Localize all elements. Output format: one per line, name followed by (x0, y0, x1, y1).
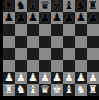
square-b8[interactable]: ♞ (15, 0, 27, 12)
square-e5[interactable] (51, 36, 63, 48)
square-a1[interactable]: ♜ (3, 84, 15, 96)
piece-black-rook: ♜ (4, 0, 14, 12)
piece-white-queen: ♛ (40, 84, 50, 96)
square-c6[interactable] (27, 24, 39, 36)
square-d4[interactable] (39, 48, 51, 60)
square-e4[interactable] (51, 48, 63, 60)
piece-black-pawn: ♟ (52, 12, 62, 24)
square-a2[interactable]: ♟ (3, 72, 15, 84)
square-d7[interactable]: ♟ (39, 12, 51, 24)
square-f5[interactable] (63, 36, 75, 48)
square-b7[interactable]: ♟ (15, 12, 27, 24)
square-c4[interactable] (27, 48, 39, 60)
piece-white-bishop: ♝ (64, 84, 74, 96)
square-d8[interactable]: ♛ (39, 0, 51, 12)
piece-white-knight: ♞ (76, 84, 86, 96)
square-h1[interactable]: ♜ (87, 84, 99, 96)
square-c1[interactable]: ♝ (27, 84, 39, 96)
piece-white-bishop: ♝ (28, 84, 38, 96)
square-b2[interactable]: ♟ (15, 72, 27, 84)
square-c3[interactable] (27, 60, 39, 72)
piece-white-pawn: ♟ (52, 72, 62, 84)
piece-white-pawn: ♟ (4, 72, 14, 84)
square-g4[interactable] (75, 48, 87, 60)
piece-black-knight: ♞ (16, 0, 26, 12)
square-a8[interactable]: ♜ (3, 0, 15, 12)
square-e8[interactable]: ♚ (51, 0, 63, 12)
square-e2[interactable]: ♟ (51, 72, 63, 84)
square-f8[interactable]: ♝ (63, 0, 75, 12)
piece-black-knight: ♞ (76, 0, 86, 12)
square-g6[interactable] (75, 24, 87, 36)
square-h8[interactable]: ♜ (87, 0, 99, 12)
chess-board: ♜♞♝♛♚♝♞♜♟♟♟♟♟♟♟♟♟♟♟♟♟♟♟♟♜♞♝♛♚♝♞♜ (3, 0, 99, 96)
square-c8[interactable]: ♝ (27, 0, 39, 12)
square-a3[interactable] (3, 60, 15, 72)
piece-white-pawn: ♟ (40, 72, 50, 84)
square-f7[interactable]: ♟ (63, 12, 75, 24)
square-h3[interactable] (87, 60, 99, 72)
square-a5[interactable] (3, 36, 15, 48)
square-c2[interactable]: ♟ (27, 72, 39, 84)
square-a4[interactable] (3, 48, 15, 60)
square-a7[interactable]: ♟ (3, 12, 15, 24)
square-f4[interactable] (63, 48, 75, 60)
piece-black-pawn: ♟ (76, 12, 86, 24)
piece-white-pawn: ♟ (64, 72, 74, 84)
piece-white-pawn: ♟ (28, 72, 38, 84)
square-g2[interactable]: ♟ (75, 72, 87, 84)
piece-black-rook: ♜ (88, 0, 98, 12)
square-d5[interactable] (39, 36, 51, 48)
square-g7[interactable]: ♟ (75, 12, 87, 24)
piece-white-knight: ♞ (16, 84, 26, 96)
piece-black-bishop: ♝ (64, 0, 74, 12)
square-e6[interactable] (51, 24, 63, 36)
square-f3[interactable] (63, 60, 75, 72)
square-b1[interactable]: ♞ (15, 84, 27, 96)
square-b4[interactable] (15, 48, 27, 60)
square-d2[interactable]: ♟ (39, 72, 51, 84)
square-b3[interactable] (15, 60, 27, 72)
square-e1[interactable]: ♚ (51, 84, 63, 96)
square-b6[interactable] (15, 24, 27, 36)
piece-white-pawn: ♟ (76, 72, 86, 84)
square-d1[interactable]: ♛ (39, 84, 51, 96)
square-e3[interactable] (51, 60, 63, 72)
piece-white-king: ♚ (52, 84, 62, 96)
square-d6[interactable] (39, 24, 51, 36)
piece-black-bishop: ♝ (28, 0, 38, 12)
square-b5[interactable] (15, 36, 27, 48)
square-c7[interactable]: ♟ (27, 12, 39, 24)
piece-black-pawn: ♟ (16, 12, 26, 24)
piece-black-pawn: ♟ (88, 12, 98, 24)
square-f2[interactable]: ♟ (63, 72, 75, 84)
square-h2[interactable]: ♟ (87, 72, 99, 84)
piece-black-pawn: ♟ (28, 12, 38, 24)
square-h7[interactable]: ♟ (87, 12, 99, 24)
square-g3[interactable] (75, 60, 87, 72)
chess-app-window: ♜♞♝♛♚♝♞♜♟♟♟♟♟♟♟♟♟♟♟♟♟♟♟♟♜♞♝♛♚♝♞♜ (0, 0, 99, 100)
piece-white-pawn: ♟ (88, 72, 98, 84)
square-f1[interactable]: ♝ (63, 84, 75, 96)
square-a6[interactable] (3, 24, 15, 36)
piece-white-rook: ♜ (4, 84, 14, 96)
piece-black-pawn: ♟ (64, 12, 74, 24)
square-h5[interactable] (87, 36, 99, 48)
square-h6[interactable] (87, 24, 99, 36)
square-e7[interactable]: ♟ (51, 12, 63, 24)
square-f6[interactable] (63, 24, 75, 36)
piece-black-pawn: ♟ (4, 12, 14, 24)
piece-white-pawn: ♟ (16, 72, 26, 84)
piece-black-queen: ♛ (40, 0, 50, 12)
square-g8[interactable]: ♞ (75, 0, 87, 12)
square-g5[interactable] (75, 36, 87, 48)
square-c5[interactable] (27, 36, 39, 48)
square-g1[interactable]: ♞ (75, 84, 87, 96)
piece-black-pawn: ♟ (40, 12, 50, 24)
piece-black-king: ♚ (52, 0, 62, 12)
square-d3[interactable] (39, 60, 51, 72)
square-h4[interactable] (87, 48, 99, 60)
piece-white-rook: ♜ (88, 84, 98, 96)
